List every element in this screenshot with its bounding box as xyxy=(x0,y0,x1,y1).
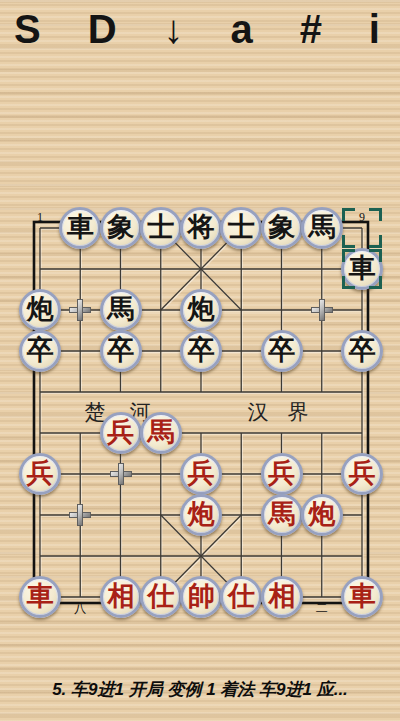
piece-black-soldier[interactable]: 卒 xyxy=(261,330,303,372)
icon-a[interactable]: a xyxy=(230,9,252,49)
piece-glyph: 卒 xyxy=(27,337,54,364)
piece-glyph: 車 xyxy=(349,255,376,282)
piece-black-soldier[interactable]: 卒 xyxy=(19,330,61,372)
piece-glyph: 将 xyxy=(188,214,215,241)
piece-black-advisor[interactable]: 士 xyxy=(220,207,262,249)
piece-glyph: 象 xyxy=(268,214,295,241)
piece-glyph: 象 xyxy=(107,214,134,241)
toolbar: S D ↓ a # i xyxy=(0,0,400,58)
icon-down-arrow[interactable]: ↓ xyxy=(163,9,183,49)
river-label: 汉 xyxy=(248,398,269,426)
river-label: 界 xyxy=(288,398,309,426)
piece-red-soldier[interactable]: 兵 xyxy=(341,453,383,495)
piece-glyph: 相 xyxy=(107,583,134,610)
piece-glyph: 仕 xyxy=(147,583,174,610)
piece-glyph: 卒 xyxy=(107,337,134,364)
piece-red-soldier[interactable]: 兵 xyxy=(261,453,303,495)
piece-glyph: 兵 xyxy=(107,419,134,446)
piece-red-cannon[interactable]: 炮 xyxy=(180,494,222,536)
point-marker-cross xyxy=(110,463,132,485)
piece-black-chariot[interactable]: 車 xyxy=(341,248,383,290)
piece-glyph: 馬 xyxy=(308,214,335,241)
piece-glyph: 炮 xyxy=(188,296,215,323)
piece-black-general[interactable]: 将 xyxy=(180,207,222,249)
point-marker-cross xyxy=(69,504,91,526)
piece-glyph: 車 xyxy=(27,583,54,610)
piece-glyph: 兵 xyxy=(349,460,376,487)
point-marker-cross xyxy=(69,299,91,321)
piece-red-chariot[interactable]: 車 xyxy=(19,576,61,618)
piece-black-soldier[interactable]: 卒 xyxy=(341,330,383,372)
icon-hash[interactable]: # xyxy=(300,9,322,49)
file-label-bottom: 二 xyxy=(316,600,328,617)
icon-d[interactable]: D xyxy=(88,9,117,49)
piece-red-soldier[interactable]: 兵 xyxy=(180,453,222,495)
piece-glyph: 車 xyxy=(67,214,94,241)
piece-black-cannon[interactable]: 炮 xyxy=(180,289,222,331)
piece-black-chariot[interactable]: 車 xyxy=(59,207,101,249)
piece-red-soldier[interactable]: 兵 xyxy=(19,453,61,495)
file-label-bottom: 八 xyxy=(74,600,86,617)
board-grid[interactable]: 車象士将士象馬車炮馬炮卒卒卒卒卒兵馬兵兵兵兵炮馬炮車相仕帥仕相車 xyxy=(20,208,382,618)
piece-glyph: 車 xyxy=(349,583,376,610)
piece-glyph: 仕 xyxy=(228,583,255,610)
piece-black-horse[interactable]: 馬 xyxy=(100,289,142,331)
piece-glyph: 卒 xyxy=(188,337,215,364)
app-background: { "game": "xiangqi", "toolbar": { "icons… xyxy=(0,0,400,721)
piece-glyph: 炮 xyxy=(308,501,335,528)
piece-red-chariot[interactable]: 車 xyxy=(341,576,383,618)
piece-red-elephant[interactable]: 相 xyxy=(261,576,303,618)
piece-glyph: 馬 xyxy=(147,419,174,446)
piece-glyph: 帥 xyxy=(188,583,215,610)
piece-black-horse[interactable]: 馬 xyxy=(301,207,343,249)
piece-red-horse[interactable]: 馬 xyxy=(140,412,182,454)
piece-glyph: 士 xyxy=(228,214,255,241)
piece-red-soldier[interactable]: 兵 xyxy=(100,412,142,454)
piece-glyph: 相 xyxy=(268,583,295,610)
piece-glyph: 馬 xyxy=(268,501,295,528)
file-label-top: 9 xyxy=(359,210,365,225)
status-move-text: 5. 车9进1 开局 变例 1 着法 车9进1 应... xyxy=(0,678,400,701)
piece-glyph: 兵 xyxy=(268,460,295,487)
point-marker-cross xyxy=(311,299,333,321)
icon-i[interactable]: i xyxy=(369,9,380,49)
piece-glyph: 兵 xyxy=(188,460,215,487)
piece-glyph: 馬 xyxy=(107,296,134,323)
icon-s[interactable]: S xyxy=(14,9,41,49)
piece-red-advisor[interactable]: 仕 xyxy=(140,576,182,618)
piece-glyph: 卒 xyxy=(268,337,295,364)
piece-glyph: 兵 xyxy=(27,460,54,487)
piece-red-cannon[interactable]: 炮 xyxy=(301,494,343,536)
piece-red-horse[interactable]: 馬 xyxy=(261,494,303,536)
piece-black-advisor[interactable]: 士 xyxy=(140,207,182,249)
piece-black-soldier[interactable]: 卒 xyxy=(100,330,142,372)
piece-red-general[interactable]: 帥 xyxy=(180,576,222,618)
piece-glyph: 炮 xyxy=(27,296,54,323)
piece-black-elephant[interactable]: 象 xyxy=(100,207,142,249)
piece-black-cannon[interactable]: 炮 xyxy=(19,289,61,331)
piece-black-soldier[interactable]: 卒 xyxy=(180,330,222,372)
piece-red-elephant[interactable]: 相 xyxy=(100,576,142,618)
file-label-top: 1 xyxy=(37,210,43,225)
piece-glyph: 卒 xyxy=(349,337,376,364)
piece-red-advisor[interactable]: 仕 xyxy=(220,576,262,618)
piece-glyph: 士 xyxy=(147,214,174,241)
piece-glyph: 炮 xyxy=(188,501,215,528)
piece-black-elephant[interactable]: 象 xyxy=(261,207,303,249)
